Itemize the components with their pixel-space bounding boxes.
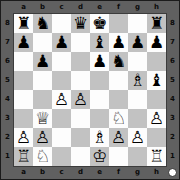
square-e4[interactable] — [90, 90, 109, 109]
white-pawn[interactable]: ♙ — [54, 90, 69, 109]
square-a5[interactable] — [14, 71, 33, 90]
square-a3[interactable] — [14, 109, 33, 128]
square-e8[interactable]: ♚ — [90, 14, 109, 33]
square-c5[interactable] — [52, 71, 71, 90]
square-g5[interactable]: ♗ — [128, 71, 147, 90]
black-bishop[interactable]: ♝ — [92, 33, 107, 52]
square-g7[interactable]: ♟ — [128, 33, 147, 52]
square-e7[interactable]: ♝ — [90, 33, 109, 52]
square-d8[interactable]: ♛ — [71, 14, 90, 33]
square-f1[interactable] — [109, 147, 128, 166]
square-h8[interactable]: ♜ — [147, 14, 166, 33]
black-king[interactable]: ♚ — [92, 14, 107, 33]
square-e2[interactable]: ♗ — [90, 128, 109, 147]
black-pawn[interactable]: ♟ — [35, 52, 50, 71]
square-f6[interactable]: ♞ — [109, 52, 128, 71]
black-pawn[interactable]: ♟ — [16, 33, 31, 52]
rank-label-right-4: 4 — [168, 90, 177, 109]
square-d1[interactable] — [71, 147, 90, 166]
square-a6[interactable] — [14, 52, 33, 71]
square-g4[interactable] — [128, 90, 147, 109]
square-a4[interactable] — [14, 90, 33, 109]
rank-label-right-7: 7 — [168, 33, 177, 52]
square-c1[interactable] — [52, 147, 71, 166]
square-f7[interactable]: ♟ — [109, 33, 128, 52]
black-bishop[interactable]: ♝ — [149, 71, 164, 90]
square-e1[interactable]: ♔ — [90, 147, 109, 166]
file-label-bottom-g: g — [128, 168, 147, 177]
square-c2[interactable] — [52, 128, 71, 147]
black-pawn[interactable]: ♟ — [111, 33, 126, 52]
square-e6[interactable]: ♟ — [90, 52, 109, 71]
square-h4[interactable] — [147, 90, 166, 109]
rank-label-right-6: 6 — [168, 52, 177, 71]
square-d2[interactable] — [71, 128, 90, 147]
square-b1[interactable]: ♘ — [33, 147, 52, 166]
square-b7[interactable] — [33, 33, 52, 52]
file-label-bottom-d: d — [71, 168, 90, 177]
black-pawn[interactable]: ♟ — [149, 33, 164, 52]
white-queen[interactable]: ♕ — [35, 109, 50, 128]
square-e3[interactable] — [90, 109, 109, 128]
rank-label-right-8: 8 — [168, 14, 177, 33]
chess-board: ♜♞♛♚♜♟♟♝♟♟♟♟♟♞♗♝♙♙♕♘♙♙♙♗♙♙♖♘♔♖ — [14, 14, 166, 166]
square-b6[interactable]: ♟ — [33, 52, 52, 71]
square-h6[interactable] — [147, 52, 166, 71]
square-b2[interactable]: ♙ — [33, 128, 52, 147]
square-f5[interactable] — [109, 71, 128, 90]
rank-label-right-5: 5 — [168, 71, 177, 90]
square-b3[interactable]: ♕ — [33, 109, 52, 128]
square-c7[interactable]: ♟ — [52, 33, 71, 52]
black-rook[interactable]: ♜ — [16, 14, 31, 33]
square-d5[interactable] — [71, 71, 90, 90]
white-rook[interactable]: ♖ — [16, 147, 31, 166]
white-pawn[interactable]: ♙ — [16, 128, 31, 147]
file-label-top-g: g — [128, 3, 147, 12]
black-pawn[interactable]: ♟ — [92, 52, 107, 71]
square-d6[interactable] — [71, 52, 90, 71]
square-g6[interactable] — [128, 52, 147, 71]
square-f3[interactable]: ♘ — [109, 109, 128, 128]
square-h7[interactable]: ♟ — [147, 33, 166, 52]
square-c4[interactable]: ♙ — [52, 90, 71, 109]
rank-label-left-3: 3 — [3, 109, 12, 128]
file-label-top-f: f — [109, 3, 128, 12]
white-knight[interactable]: ♘ — [35, 147, 50, 166]
square-a7[interactable]: ♟ — [14, 33, 33, 52]
square-g3[interactable] — [128, 109, 147, 128]
rank-label-right-2: 2 — [168, 128, 177, 147]
square-a8[interactable]: ♜ — [14, 14, 33, 33]
square-a1[interactable]: ♖ — [14, 147, 33, 166]
square-h1[interactable]: ♖ — [147, 147, 166, 166]
rank-label-left-2: 2 — [3, 128, 12, 147]
square-b5[interactable] — [33, 71, 52, 90]
white-rook[interactable]: ♖ — [149, 147, 164, 166]
square-g2[interactable]: ♙ — [128, 128, 147, 147]
white-bishop[interactable]: ♗ — [130, 71, 145, 90]
square-b8[interactable]: ♞ — [33, 14, 52, 33]
file-label-bottom-e: e — [90, 168, 109, 177]
file-label-top-d: d — [71, 3, 90, 12]
rank-label-left-7: 7 — [3, 33, 12, 52]
square-c3[interactable] — [52, 109, 71, 128]
square-d3[interactable] — [71, 109, 90, 128]
square-d4[interactable]: ♙ — [71, 90, 90, 109]
square-c8[interactable] — [52, 14, 71, 33]
file-label-top-e: e — [90, 3, 109, 12]
rank-label-right-3: 3 — [168, 109, 177, 128]
white-bishop[interactable]: ♗ — [92, 128, 107, 147]
square-f4[interactable] — [109, 90, 128, 109]
square-d7[interactable] — [71, 33, 90, 52]
square-a2[interactable]: ♙ — [14, 128, 33, 147]
white-pawn[interactable]: ♙ — [149, 109, 164, 128]
white-pawn[interactable]: ♙ — [73, 90, 88, 109]
black-pawn[interactable]: ♟ — [54, 33, 69, 52]
square-e5[interactable] — [90, 71, 109, 90]
file-label-bottom-c: c — [52, 168, 71, 177]
white-knight[interactable]: ♘ — [111, 109, 126, 128]
file-label-bottom-b: b — [33, 168, 52, 177]
chess-board-frame: ♜♞♛♚♜♟♟♝♟♟♟♟♟♞♗♝♙♙♕♘♙♙♙♗♙♙♖♘♔♖ aabbccdde… — [0, 0, 180, 180]
square-g8[interactable] — [128, 14, 147, 33]
rank-label-left-5: 5 — [3, 71, 12, 90]
white-king[interactable]: ♔ — [92, 147, 107, 166]
square-b4[interactable] — [33, 90, 52, 109]
black-knight[interactable]: ♞ — [111, 52, 126, 71]
white-to-move-indicator — [168, 168, 177, 177]
black-rook[interactable]: ♜ — [149, 14, 164, 33]
square-f8[interactable] — [109, 14, 128, 33]
white-pawn[interactable]: ♙ — [130, 128, 145, 147]
square-h3[interactable]: ♙ — [147, 109, 166, 128]
white-pawn[interactable]: ♙ — [35, 128, 50, 147]
black-pawn[interactable]: ♟ — [130, 33, 145, 52]
file-label-top-b: b — [33, 3, 52, 12]
file-label-top-c: c — [52, 3, 71, 12]
square-f2[interactable]: ♙ — [109, 128, 128, 147]
rank-label-left-8: 8 — [3, 14, 12, 33]
rank-label-right-1: 1 — [168, 147, 177, 166]
file-label-bottom-a: a — [14, 168, 33, 177]
rank-label-left-6: 6 — [3, 52, 12, 71]
rank-label-left-1: 1 — [3, 147, 12, 166]
file-label-top-h: h — [147, 3, 166, 12]
black-queen[interactable]: ♛ — [73, 14, 88, 33]
square-c6[interactable] — [52, 52, 71, 71]
file-label-top-a: a — [14, 3, 33, 12]
white-pawn[interactable]: ♙ — [111, 128, 126, 147]
rank-label-left-4: 4 — [3, 90, 12, 109]
black-knight[interactable]: ♞ — [35, 14, 50, 33]
square-h5[interactable]: ♝ — [147, 71, 166, 90]
file-label-bottom-h: h — [147, 168, 166, 177]
file-label-bottom-f: f — [109, 168, 128, 177]
square-h2[interactable] — [147, 128, 166, 147]
square-g1[interactable] — [128, 147, 147, 166]
